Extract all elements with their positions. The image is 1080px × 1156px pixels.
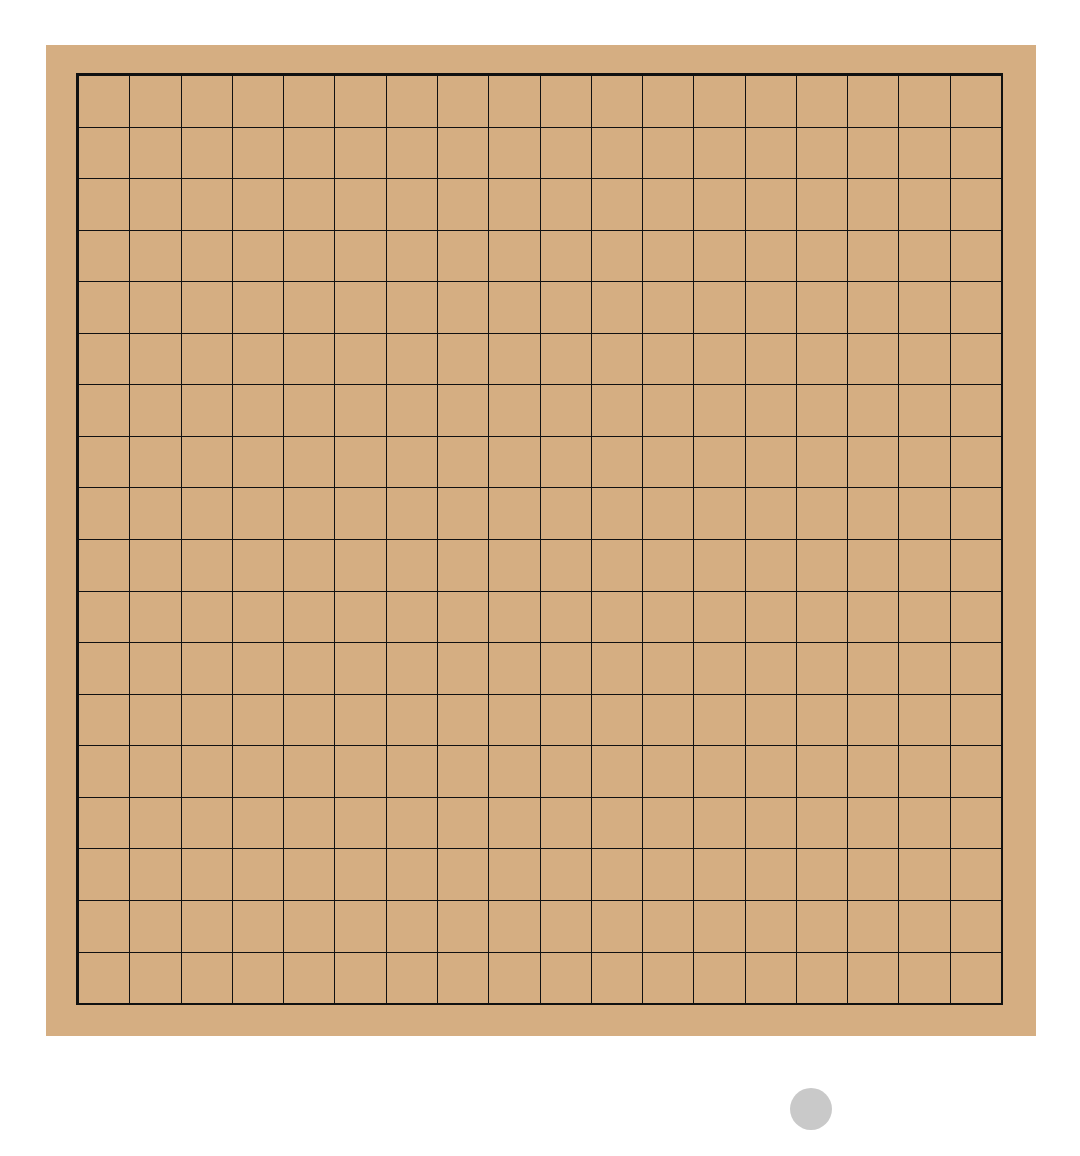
row-labels-left: [12, 49, 40, 1029]
watermark: [790, 1088, 818, 1130]
megaphone-icon: [790, 1088, 832, 1130]
stones-layer: [52, 49, 1026, 1028]
row-labels-right: [1044, 49, 1072, 1029]
go-kifu-diagram: [0, 0, 1080, 1156]
